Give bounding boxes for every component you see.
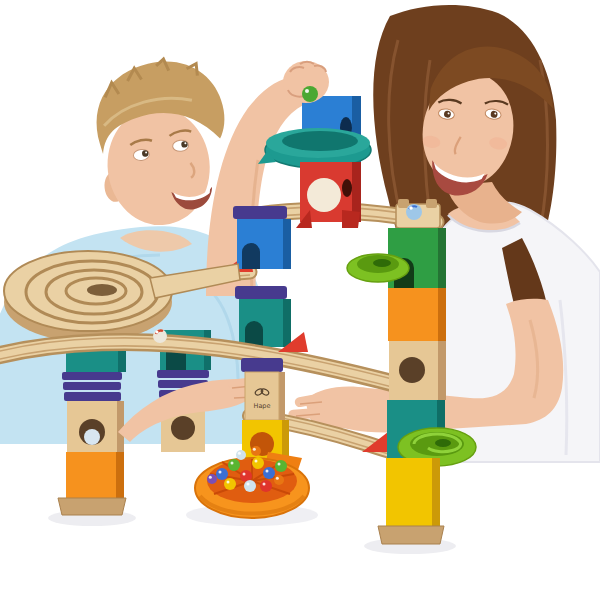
basin-marble-glint bbox=[253, 448, 256, 451]
basin-marble-glint bbox=[255, 460, 258, 463]
basin-marble-glint bbox=[219, 471, 222, 474]
boy-fist bbox=[283, 61, 329, 103]
marble-on-middle-rail bbox=[153, 329, 167, 343]
rail-end-block bbox=[396, 199, 440, 228]
basin-marble-glint bbox=[247, 483, 250, 486]
basin-marble bbox=[224, 478, 236, 490]
center-lower-column: Hape bbox=[241, 358, 289, 464]
basin-marble bbox=[263, 467, 275, 479]
basin-marble-glint bbox=[266, 470, 269, 473]
basin-marble bbox=[260, 480, 272, 492]
left-tower bbox=[58, 328, 126, 515]
basin-marble-glint bbox=[238, 452, 241, 455]
green-catcher-funnel bbox=[347, 254, 409, 282]
basin-marble bbox=[244, 480, 256, 492]
right-wood-base bbox=[378, 526, 444, 544]
basin-marble bbox=[274, 475, 284, 485]
hape-wood-column bbox=[245, 372, 279, 420]
left-wood-base bbox=[58, 498, 126, 515]
basin-marble bbox=[216, 468, 228, 480]
right-yellow-block bbox=[386, 458, 432, 526]
left-orange-block bbox=[66, 452, 116, 498]
basin-marble bbox=[275, 460, 287, 472]
basin-marble bbox=[236, 450, 246, 460]
basin-marble-glint bbox=[278, 463, 281, 466]
hape-logo-text: Hape bbox=[254, 402, 271, 410]
basin-marble-glint bbox=[231, 462, 234, 465]
scene: Hape bbox=[0, 0, 600, 600]
basin-marble-glint bbox=[209, 476, 212, 479]
basin-marble bbox=[251, 446, 261, 456]
basin-marble-glint bbox=[263, 483, 266, 486]
marble-in-left-block bbox=[84, 429, 100, 445]
photo-stage: Hape bbox=[0, 0, 600, 600]
basin-marble bbox=[252, 457, 264, 469]
white-circle bbox=[307, 178, 341, 212]
right-orange-block bbox=[388, 288, 438, 341]
green-marble bbox=[302, 86, 318, 102]
basin-marble-glint bbox=[243, 473, 246, 476]
basin-marble-glint bbox=[227, 481, 230, 484]
red-leg-right bbox=[342, 210, 360, 228]
basin-marble bbox=[228, 459, 240, 471]
basin-marble-glint bbox=[276, 477, 279, 480]
basin-marble bbox=[207, 474, 217, 484]
left-purple-rings bbox=[62, 372, 122, 401]
